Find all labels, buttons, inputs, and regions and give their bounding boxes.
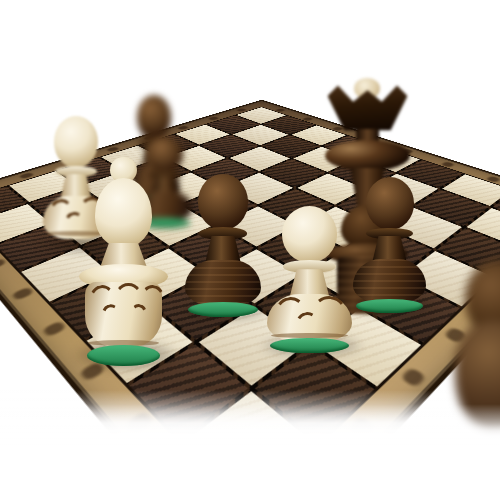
black-pawn-right <box>352 176 427 314</box>
white-queen <box>79 156 168 367</box>
king-collar-disc <box>325 140 410 171</box>
queen-body <box>95 178 153 248</box>
rail-coordinate-mark <box>11 287 34 301</box>
green-felt-base <box>270 338 348 354</box>
unidentified-piece-right <box>455 260 500 430</box>
rail-coordinate-mark <box>124 411 154 436</box>
green-felt-base <box>188 302 258 317</box>
pawn-head <box>137 95 170 140</box>
pawn-head <box>282 206 338 263</box>
chess-set-photo <box>0 0 500 500</box>
rail-coordinate-mark <box>0 258 7 270</box>
rail-coordinate-mark <box>280 477 314 500</box>
pawn-head <box>366 177 414 229</box>
rail-coordinate-mark <box>347 416 377 442</box>
green-felt-base <box>87 345 160 366</box>
rail-coordinate-mark <box>400 367 427 388</box>
white-pawn-right <box>266 204 353 354</box>
black-pawn-center <box>184 173 262 318</box>
green-felt-base <box>356 299 424 313</box>
pawn-head <box>198 174 248 229</box>
rail-coordinate-mark <box>42 321 67 338</box>
king-crown <box>328 84 408 132</box>
blurred-piece-body <box>455 321 500 430</box>
rail-coordinate-mark <box>182 473 216 500</box>
pawn-base <box>353 259 427 303</box>
pawn-base <box>185 260 261 306</box>
